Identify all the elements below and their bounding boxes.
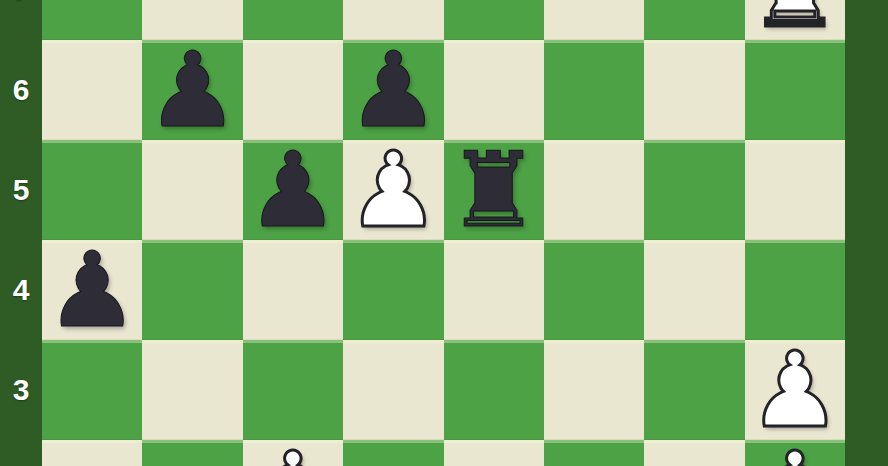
square-g3[interactable]: [644, 340, 744, 440]
square-e3[interactable]: [444, 340, 544, 440]
square-c2[interactable]: ♟: [243, 440, 343, 466]
square-b3[interactable]: [142, 340, 242, 440]
square-g7[interactable]: [644, 0, 744, 40]
square-h7[interactable]: ♜: [745, 0, 845, 40]
black-pawn-d6[interactable]: ♟: [347, 40, 440, 140]
square-c7[interactable]: [243, 0, 343, 40]
square-h4[interactable]: [745, 240, 845, 340]
square-b5[interactable]: [142, 140, 242, 240]
square-f3[interactable]: [544, 340, 644, 440]
square-e7[interactable]: [444, 0, 544, 40]
square-h6[interactable]: [745, 40, 845, 140]
square-c5[interactable]: ♟: [243, 140, 343, 240]
square-a6[interactable]: [42, 40, 142, 140]
square-e4[interactable]: [444, 240, 544, 340]
rank-label-5: 5: [0, 140, 42, 240]
square-a4[interactable]: ♟: [42, 240, 142, 340]
square-h3[interactable]: ♟: [745, 340, 845, 440]
square-e6[interactable]: [444, 40, 544, 140]
rank-label-3: 3: [0, 340, 42, 440]
square-c4[interactable]: [243, 240, 343, 340]
square-b2[interactable]: [142, 440, 242, 466]
square-b4[interactable]: [142, 240, 242, 340]
square-d4[interactable]: [343, 240, 443, 340]
white-pawn-h2[interactable]: ♟: [748, 440, 841, 466]
square-g5[interactable]: [644, 140, 744, 240]
square-a5[interactable]: [42, 140, 142, 240]
rank-label-2: 2: [0, 440, 42, 466]
white-pawn-d5[interactable]: ♟: [347, 140, 440, 240]
board-right-frame: [845, 0, 888, 466]
square-f7[interactable]: [544, 0, 644, 40]
square-g4[interactable]: [644, 240, 744, 340]
square-b6[interactable]: ♟: [142, 40, 242, 140]
square-f5[interactable]: [544, 140, 644, 240]
square-d3[interactable]: [343, 340, 443, 440]
square-f4[interactable]: [544, 240, 644, 340]
rank-label-4: 4: [0, 240, 42, 340]
square-e2[interactable]: [444, 440, 544, 466]
white-rook-h7[interactable]: ♜: [748, 0, 841, 40]
square-a7[interactable]: [42, 0, 142, 40]
square-d6[interactable]: ♟: [343, 40, 443, 140]
white-pawn-c2[interactable]: ♟: [246, 440, 339, 466]
chess-board[interactable]: ♜♟♟♟♟♜♟♟♟♟: [42, 0, 845, 466]
square-d5[interactable]: ♟: [343, 140, 443, 240]
square-a3[interactable]: [42, 340, 142, 440]
square-h5[interactable]: [745, 140, 845, 240]
square-a2[interactable]: [42, 440, 142, 466]
chessboard-screenshot: ♜♟♟♟♟♜♟♟♟♟ 765432: [0, 0, 888, 466]
square-d2[interactable]: [343, 440, 443, 466]
black-pawn-b6[interactable]: ♟: [146, 40, 239, 140]
rank-label-7: 7: [0, 0, 42, 40]
square-f2[interactable]: [544, 440, 644, 466]
square-g2[interactable]: [644, 440, 744, 466]
black-rook-e5[interactable]: ♜: [447, 140, 540, 240]
rank-labels: 765432: [0, 0, 42, 466]
square-c3[interactable]: [243, 340, 343, 440]
black-pawn-c5[interactable]: ♟: [246, 140, 339, 240]
square-e5[interactable]: ♜: [444, 140, 544, 240]
square-g6[interactable]: [644, 40, 744, 140]
square-c6[interactable]: [243, 40, 343, 140]
square-h2[interactable]: ♟: [745, 440, 845, 466]
black-pawn-a4[interactable]: ♟: [46, 240, 139, 340]
white-pawn-h3[interactable]: ♟: [748, 340, 841, 440]
rank-label-6: 6: [0, 40, 42, 140]
square-f6[interactable]: [544, 40, 644, 140]
